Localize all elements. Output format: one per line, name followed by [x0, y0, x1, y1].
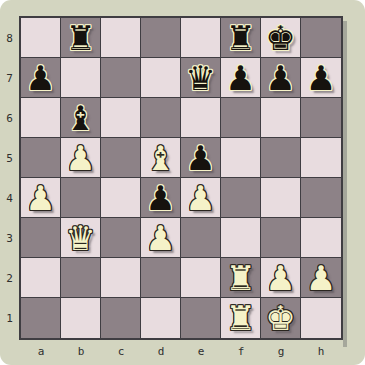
square-e6[interactable] — [181, 98, 221, 138]
square-a3[interactable] — [21, 218, 61, 258]
square-d2[interactable] — [141, 258, 181, 298]
square-e5[interactable]: ♟ — [181, 138, 221, 178]
white-pawn[interactable]: ♟ — [25, 181, 55, 215]
square-b8[interactable]: ♜ — [61, 18, 101, 58]
rank-label-2: 2 — [0, 258, 19, 298]
black-pawn[interactable]: ♟ — [265, 61, 295, 95]
board: ♜♜♚♟♛♟♟♟♝♟♝♟♟♟♟♛♟♜♟♟♜♚ — [19, 16, 343, 340]
square-h1[interactable] — [301, 298, 341, 338]
square-g5[interactable] — [261, 138, 301, 178]
board-drop-shadow — [343, 21, 347, 347]
rank-label-7: 7 — [0, 58, 19, 98]
black-rook[interactable]: ♜ — [65, 21, 95, 55]
square-g7[interactable]: ♟ — [261, 58, 301, 98]
rank-label-1: 1 — [0, 298, 19, 338]
square-d1[interactable] — [141, 298, 181, 338]
square-a7[interactable]: ♟ — [21, 58, 61, 98]
square-d7[interactable] — [141, 58, 181, 98]
square-c7[interactable] — [101, 58, 141, 98]
square-e8[interactable] — [181, 18, 221, 58]
rank-label-3: 3 — [0, 218, 19, 258]
square-c1[interactable] — [101, 298, 141, 338]
square-g6[interactable] — [261, 98, 301, 138]
square-g2[interactable]: ♟ — [261, 258, 301, 298]
square-c4[interactable] — [101, 178, 141, 218]
white-king[interactable]: ♚ — [265, 301, 295, 335]
square-g8[interactable]: ♚ — [261, 18, 301, 58]
square-b4[interactable] — [61, 178, 101, 218]
square-c5[interactable] — [101, 138, 141, 178]
white-pawn[interactable]: ♟ — [185, 181, 215, 215]
rank-label-8: 8 — [0, 18, 19, 58]
square-f8[interactable]: ♜ — [221, 18, 261, 58]
square-g1[interactable]: ♚ — [261, 298, 301, 338]
file-labels: abcdefgh — [21, 344, 341, 359]
square-h7[interactable]: ♟ — [301, 58, 341, 98]
square-d5[interactable]: ♝ — [141, 138, 181, 178]
white-rook[interactable]: ♜ — [225, 261, 255, 295]
file-label-b: b — [61, 344, 101, 359]
file-label-e: e — [181, 344, 221, 359]
square-e3[interactable] — [181, 218, 221, 258]
square-f6[interactable] — [221, 98, 261, 138]
square-b3[interactable]: ♛ — [61, 218, 101, 258]
square-c8[interactable] — [101, 18, 141, 58]
square-h3[interactable] — [301, 218, 341, 258]
square-b7[interactable] — [61, 58, 101, 98]
white-rook[interactable]: ♜ — [225, 301, 255, 335]
square-a8[interactable] — [21, 18, 61, 58]
chess-diagram: 87654321 ♜♜♚♟♛♟♟♟♝♟♝♟♟♟♟♛♟♜♟♟♜♚ abcdefgh — [0, 0, 365, 365]
black-pawn[interactable]: ♟ — [185, 141, 215, 175]
square-b6[interactable]: ♝ — [61, 98, 101, 138]
rank-label-5: 5 — [0, 138, 19, 178]
rank-label-4: 4 — [0, 178, 19, 218]
square-d8[interactable] — [141, 18, 181, 58]
square-f1[interactable]: ♜ — [221, 298, 261, 338]
file-label-c: c — [101, 344, 141, 359]
square-c3[interactable] — [101, 218, 141, 258]
black-pawn[interactable]: ♟ — [145, 181, 175, 215]
square-h4[interactable] — [301, 178, 341, 218]
rank-label-6: 6 — [0, 98, 19, 138]
square-a1[interactable] — [21, 298, 61, 338]
square-h2[interactable]: ♟ — [301, 258, 341, 298]
file-label-a: a — [21, 344, 61, 359]
black-rook[interactable]: ♜ — [225, 21, 255, 55]
black-pawn[interactable]: ♟ — [306, 61, 336, 95]
rank-labels: 87654321 — [0, 18, 19, 338]
white-pawn[interactable]: ♟ — [306, 261, 336, 295]
square-f4[interactable] — [221, 178, 261, 218]
square-h6[interactable] — [301, 98, 341, 138]
black-king[interactable]: ♚ — [265, 21, 295, 55]
black-queen[interactable]: ♛ — [185, 61, 215, 95]
white-pawn[interactable]: ♟ — [145, 221, 175, 255]
square-g3[interactable] — [261, 218, 301, 258]
square-b5[interactable]: ♟ — [61, 138, 101, 178]
square-h8[interactable] — [301, 18, 341, 58]
white-bishop[interactable]: ♝ — [145, 141, 175, 175]
black-bishop[interactable]: ♝ — [65, 101, 95, 135]
square-f7[interactable]: ♟ — [221, 58, 261, 98]
square-d3[interactable]: ♟ — [141, 218, 181, 258]
square-f3[interactable] — [221, 218, 261, 258]
file-label-h: h — [301, 344, 341, 359]
file-label-g: g — [261, 344, 301, 359]
white-pawn[interactable]: ♟ — [65, 141, 95, 175]
black-pawn[interactable]: ♟ — [225, 61, 255, 95]
square-f5[interactable] — [221, 138, 261, 178]
square-e7[interactable]: ♛ — [181, 58, 221, 98]
square-b2[interactable] — [61, 258, 101, 298]
square-e4[interactable]: ♟ — [181, 178, 221, 218]
square-d4[interactable]: ♟ — [141, 178, 181, 218]
square-h5[interactable] — [301, 138, 341, 178]
square-f2[interactable]: ♜ — [221, 258, 261, 298]
square-b1[interactable] — [61, 298, 101, 338]
square-e2[interactable] — [181, 258, 221, 298]
file-label-d: d — [141, 344, 181, 359]
square-a2[interactable] — [21, 258, 61, 298]
square-a5[interactable] — [21, 138, 61, 178]
white-queen[interactable]: ♛ — [65, 221, 95, 255]
square-d6[interactable] — [141, 98, 181, 138]
square-g4[interactable] — [261, 178, 301, 218]
black-pawn[interactable]: ♟ — [25, 61, 55, 95]
square-c6[interactable] — [101, 98, 141, 138]
square-a4[interactable]: ♟ — [21, 178, 61, 218]
square-e1[interactable] — [181, 298, 221, 338]
file-label-f: f — [221, 344, 261, 359]
white-pawn[interactable]: ♟ — [265, 261, 295, 295]
square-a6[interactable] — [21, 98, 61, 138]
square-c2[interactable] — [101, 258, 141, 298]
